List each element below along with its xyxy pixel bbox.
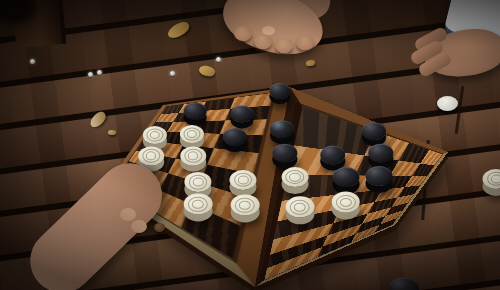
engraved-ring <box>192 199 204 208</box>
checker-black-b2[interactable] <box>184 103 207 120</box>
checker-white-b4[interactable] <box>180 147 206 166</box>
checker-white-a4[interactable] <box>138 147 164 166</box>
engraved-ring <box>237 176 248 185</box>
checker-black-f4[interactable] <box>333 167 360 187</box>
checker-white-b6[interactable] <box>184 193 213 214</box>
checker-white-c5[interactable] <box>229 170 256 190</box>
checker-white-c6[interactable] <box>231 194 260 215</box>
checker-white-a3[interactable] <box>143 126 167 144</box>
small-white-object <box>437 96 458 111</box>
finger <box>120 208 136 221</box>
checker-black-d4[interactable] <box>272 144 297 163</box>
checker-black-f3[interactable] <box>320 146 345 165</box>
finger <box>131 220 147 233</box>
knuckle <box>234 26 252 41</box>
engraved-ring <box>192 178 203 187</box>
hinge-clasp <box>154 223 165 232</box>
photo-scene <box>0 0 500 290</box>
engraved-ring <box>289 173 300 182</box>
checker-black-d1[interactable] <box>269 83 290 99</box>
thumbnail-highlight <box>262 26 275 35</box>
checker-black-h3[interactable] <box>368 144 393 163</box>
checker-white-e6[interactable] <box>286 196 315 217</box>
engraved-ring <box>340 197 352 206</box>
engraved-ring <box>239 200 251 209</box>
knuckle <box>296 35 314 50</box>
engraved-ring <box>490 175 500 184</box>
knuckle <box>254 34 272 49</box>
checker-black-h2[interactable] <box>362 122 386 140</box>
checker-white-e5[interactable] <box>282 167 309 187</box>
checker-black-d3[interactable] <box>270 120 294 138</box>
board-right-half <box>255 87 448 287</box>
checker-black-h4[interactable] <box>366 166 393 186</box>
engraved-ring <box>294 202 306 211</box>
knuckle <box>275 38 293 53</box>
checker-black-c2[interactable] <box>231 106 254 123</box>
checker-white-b3[interactable] <box>180 125 204 143</box>
